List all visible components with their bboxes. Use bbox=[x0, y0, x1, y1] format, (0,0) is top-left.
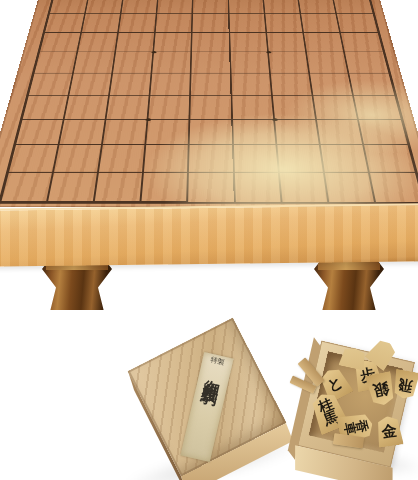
board-cell bbox=[142, 172, 190, 201]
hoshi-point bbox=[266, 51, 271, 53]
board-cell bbox=[110, 73, 152, 95]
board-leg-right bbox=[314, 260, 384, 310]
board-side-edge bbox=[0, 203, 418, 266]
shogi-grid bbox=[0, 0, 418, 204]
board-cell bbox=[304, 33, 345, 53]
board-cell bbox=[364, 145, 415, 172]
board-cell bbox=[229, 0, 265, 14]
board-cell bbox=[54, 145, 103, 172]
board-cell bbox=[341, 33, 383, 53]
label-main-text: 御将棋駒 bbox=[206, 366, 224, 381]
board-cell bbox=[191, 96, 233, 120]
board-cell bbox=[151, 73, 192, 95]
board-cell bbox=[230, 33, 269, 53]
board-cell bbox=[193, 14, 230, 33]
board-cell bbox=[234, 172, 282, 201]
board-cell bbox=[69, 73, 113, 95]
board-cell bbox=[99, 145, 146, 172]
board-cell bbox=[337, 14, 378, 33]
board-cell bbox=[310, 73, 354, 95]
board-cell bbox=[35, 52, 79, 73]
board-cell bbox=[191, 73, 232, 95]
board-cell bbox=[233, 120, 277, 146]
board-cell bbox=[40, 33, 82, 53]
photo-scene: 特製 御将棋駒 歩銀と桂 馬香 車金飛 bbox=[0, 0, 418, 480]
board-cell bbox=[333, 0, 373, 14]
board-cell bbox=[189, 172, 236, 201]
board-cell bbox=[107, 96, 151, 120]
board-cell bbox=[1, 172, 54, 201]
board-cell bbox=[325, 172, 376, 201]
board-cell bbox=[265, 14, 304, 33]
board-cell bbox=[230, 52, 270, 73]
board-cell bbox=[190, 120, 234, 146]
koma-tray: 歩銀と桂 馬香 車金飛 bbox=[297, 341, 415, 468]
shogi-board-top bbox=[0, 0, 418, 207]
hoshi-point bbox=[272, 118, 278, 121]
board-cell bbox=[153, 52, 193, 73]
board-cell bbox=[144, 145, 190, 172]
board-cell bbox=[273, 96, 317, 120]
board-cell bbox=[82, 14, 122, 33]
board-cell bbox=[113, 52, 154, 73]
board-cell bbox=[157, 0, 193, 14]
board-cell bbox=[231, 73, 272, 95]
board-cell bbox=[349, 73, 394, 95]
board-cell bbox=[229, 14, 267, 33]
board-cell bbox=[116, 33, 156, 53]
label-small-text: 特製 bbox=[210, 357, 225, 368]
board-cell bbox=[267, 33, 307, 53]
board-cell bbox=[321, 145, 370, 172]
board-cell bbox=[95, 172, 144, 201]
board-surface bbox=[0, 0, 418, 207]
board-cell bbox=[48, 172, 99, 201]
board-cell bbox=[156, 14, 193, 33]
board-cell bbox=[264, 0, 301, 14]
board-cell bbox=[119, 14, 158, 33]
board-cell bbox=[154, 33, 193, 53]
board-cell bbox=[270, 73, 313, 95]
board-cell bbox=[192, 52, 231, 73]
board-cell bbox=[29, 73, 74, 95]
board-cell bbox=[45, 14, 86, 33]
board-cell bbox=[234, 145, 280, 172]
board-cell bbox=[301, 14, 341, 33]
board-cell bbox=[50, 0, 89, 14]
board-cell bbox=[78, 33, 119, 53]
board-cell bbox=[23, 96, 70, 120]
board-cell bbox=[74, 52, 116, 73]
board-cell bbox=[147, 120, 191, 146]
board-cell bbox=[16, 120, 65, 146]
tray-left-wall bbox=[288, 337, 321, 459]
board-cell bbox=[189, 145, 234, 172]
board-cell bbox=[370, 172, 418, 201]
board-cell bbox=[307, 52, 349, 73]
board-cell bbox=[275, 120, 321, 146]
board-cell bbox=[86, 0, 124, 14]
board-cell bbox=[269, 52, 310, 73]
board-cell bbox=[59, 120, 106, 146]
board-cell bbox=[277, 145, 325, 172]
board-cell bbox=[313, 96, 359, 120]
board-cell bbox=[280, 172, 330, 201]
board-cell bbox=[9, 145, 60, 172]
board-cell bbox=[354, 96, 401, 120]
board-cell bbox=[193, 0, 229, 14]
board-cell bbox=[103, 120, 149, 146]
board-cell bbox=[359, 120, 408, 146]
board-cell bbox=[65, 96, 110, 120]
board-cell bbox=[192, 33, 230, 53]
board-cell bbox=[149, 96, 192, 120]
board-cell bbox=[232, 96, 275, 120]
board-cell bbox=[317, 120, 364, 146]
board-leg-left bbox=[42, 260, 112, 310]
board-cell bbox=[298, 0, 336, 14]
board-cell bbox=[122, 0, 159, 14]
board-cell bbox=[345, 52, 389, 73]
